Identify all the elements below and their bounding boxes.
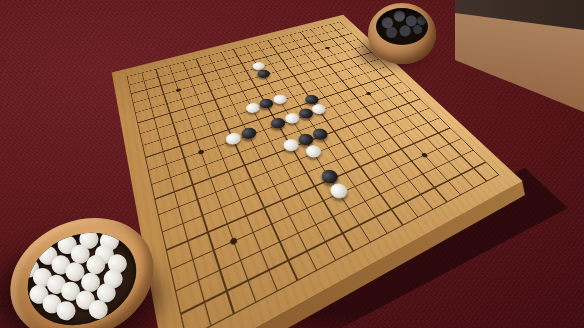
go-scene — [0, 0, 584, 328]
black-bowl-stones — [376, 8, 428, 45]
black-stone-bowl[interactable] — [368, 3, 436, 64]
